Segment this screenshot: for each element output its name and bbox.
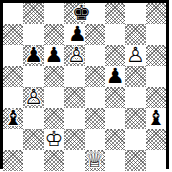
square-h4[interactable] (146, 87, 166, 108)
square-f4[interactable] (105, 87, 125, 108)
square-b7[interactable] (23, 24, 43, 45)
square-f2[interactable] (105, 129, 125, 150)
square-f3[interactable] (105, 108, 125, 129)
square-h2[interactable] (146, 129, 166, 150)
square-c2[interactable]: ♔ (44, 129, 64, 150)
square-d4[interactable] (64, 87, 84, 108)
square-c6[interactable]: ♟ (44, 45, 64, 66)
piece-white-queen-e1[interactable]: ♕ (85, 150, 104, 171)
square-g7[interactable] (125, 24, 145, 45)
square-c1[interactable] (44, 150, 64, 171)
square-a4[interactable] (3, 87, 23, 108)
board-frame: ♚♟♟♟♙♙♟♙♝♝♔♕ (0, 0, 169, 169)
square-e4[interactable] (85, 87, 105, 108)
chess-board: ♚♟♟♟♙♙♟♙♝♝♔♕ (3, 3, 166, 166)
piece-white-king-c2[interactable]: ♔ (45, 129, 64, 150)
square-e5[interactable] (85, 66, 105, 87)
square-a5[interactable] (3, 66, 23, 87)
square-g4[interactable] (125, 87, 145, 108)
square-d8[interactable]: ♚ (64, 3, 84, 24)
square-a1[interactable] (3, 150, 23, 171)
piece-black-pawn-c6[interactable]: ♟ (45, 45, 64, 66)
piece-black-pawn-f5[interactable]: ♟ (106, 66, 125, 87)
square-e6[interactable] (85, 45, 105, 66)
square-e1[interactable]: ♕ (85, 150, 105, 171)
square-g2[interactable] (125, 129, 145, 150)
square-d3[interactable] (64, 108, 84, 129)
square-f7[interactable] (105, 24, 125, 45)
square-c5[interactable] (44, 66, 64, 87)
piece-black-pawn-b6[interactable]: ♟ (24, 45, 43, 66)
square-c8[interactable] (44, 3, 64, 24)
square-g8[interactable] (125, 3, 145, 24)
square-g6[interactable]: ♙ (125, 45, 145, 66)
square-h6[interactable] (146, 45, 166, 66)
square-e3[interactable] (85, 108, 105, 129)
square-b4[interactable]: ♙ (23, 87, 43, 108)
square-d2[interactable] (64, 129, 84, 150)
square-a6[interactable] (3, 45, 23, 66)
piece-white-pawn-b4[interactable]: ♙ (24, 87, 43, 108)
square-a3[interactable]: ♝ (3, 108, 23, 129)
square-d5[interactable] (64, 66, 84, 87)
square-h8[interactable] (146, 3, 166, 24)
square-h5[interactable] (146, 66, 166, 87)
piece-black-bishop-a3[interactable]: ♝ (4, 108, 23, 129)
square-b2[interactable] (23, 129, 43, 150)
piece-black-bishop-h3[interactable]: ♝ (146, 108, 165, 129)
piece-black-king-d8[interactable]: ♚ (72, 3, 91, 24)
square-f6[interactable] (105, 45, 125, 66)
square-b6[interactable]: ♟ (23, 45, 43, 66)
square-b3[interactable] (23, 108, 43, 129)
square-h3[interactable]: ♝ (146, 108, 166, 129)
square-h1[interactable] (146, 150, 166, 171)
square-g3[interactable] (125, 108, 145, 129)
square-f5[interactable]: ♟ (105, 66, 125, 87)
piece-black-pawn-d7[interactable]: ♟ (68, 24, 87, 45)
piece-white-pawn-g6[interactable]: ♙ (126, 45, 145, 66)
square-a2[interactable] (3, 129, 23, 150)
chess-diagram-page: ♚♟♟♟♙♙♟♙♝♝♔♕ (0, 0, 172, 172)
square-f1[interactable] (105, 150, 125, 171)
piece-white-pawn-d6[interactable]: ♙ (67, 45, 86, 66)
square-c4[interactable] (44, 87, 64, 108)
square-a7[interactable] (3, 24, 23, 45)
square-b8[interactable] (23, 3, 43, 24)
square-f8[interactable] (105, 3, 125, 24)
square-h7[interactable] (146, 24, 166, 45)
square-d6[interactable]: ♙ (64, 45, 84, 66)
square-a8[interactable] (3, 3, 23, 24)
square-e7[interactable] (85, 24, 105, 45)
square-d1[interactable] (64, 150, 84, 171)
square-d7[interactable]: ♟ (64, 24, 84, 45)
square-g5[interactable] (125, 66, 145, 87)
square-c7[interactable] (44, 24, 64, 45)
square-c3[interactable] (44, 108, 64, 129)
square-g1[interactable] (125, 150, 145, 171)
square-b1[interactable] (23, 150, 43, 171)
square-e2[interactable] (85, 129, 105, 150)
square-b5[interactable] (23, 66, 43, 87)
